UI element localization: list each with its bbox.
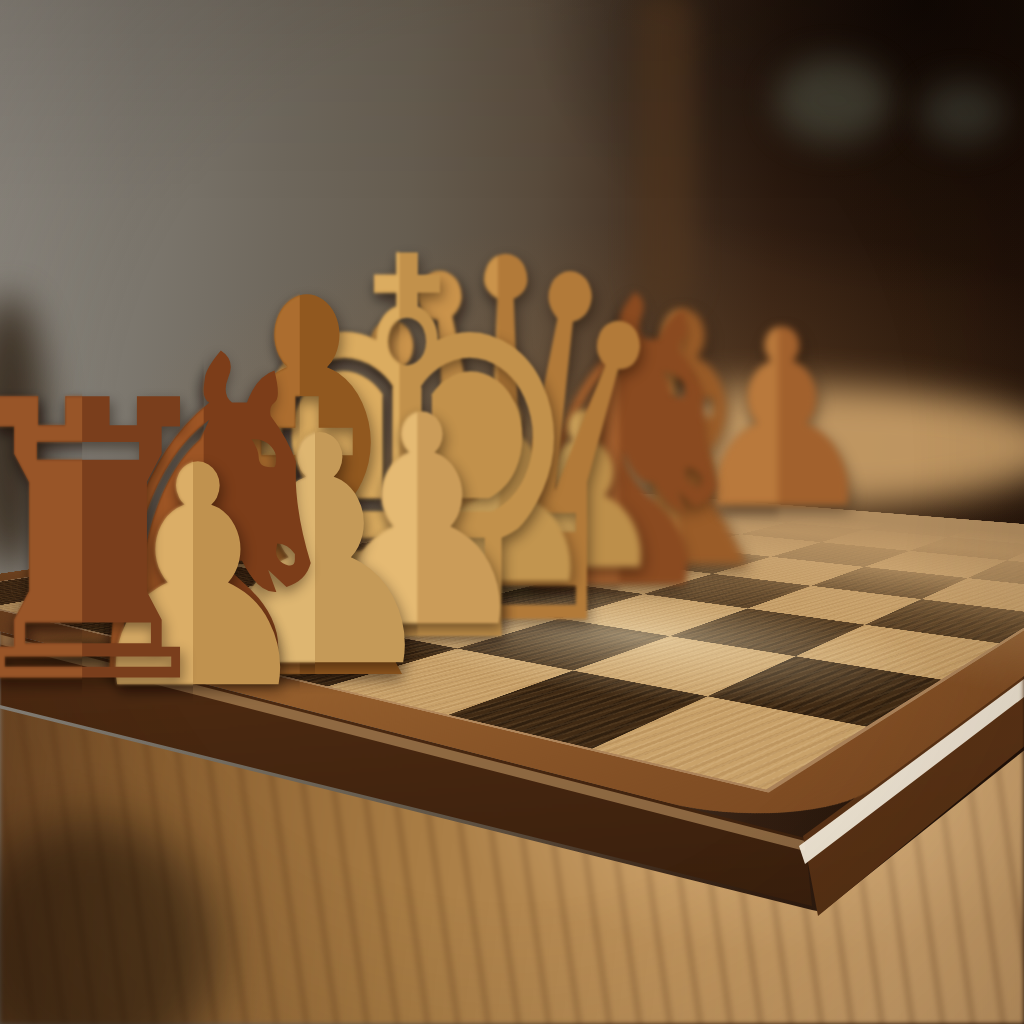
cabinet-glass-reflection bbox=[920, 82, 1005, 144]
cabinet-glass-reflection bbox=[775, 58, 890, 143]
chess-photo-scene: ♝ ♝ ♞ ♞ ♟ ♟ ♟ ♟ ♛ ♛ bbox=[0, 0, 1024, 1024]
piece-white-rook-h1[interactable]: ♜ ♜ bbox=[0, 352, 261, 737]
